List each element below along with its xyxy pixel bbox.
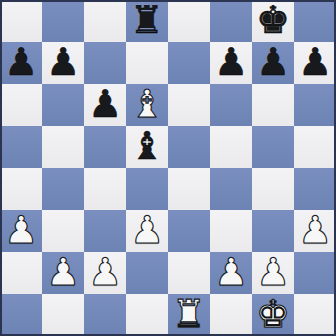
square-e5[interactable] <box>168 126 210 168</box>
square-e3[interactable] <box>168 210 210 252</box>
square-c2[interactable]: ♟ <box>84 252 126 294</box>
square-a5[interactable] <box>0 126 42 168</box>
piece-black-pawn-b7[interactable]: ♟ <box>46 42 80 83</box>
square-d3[interactable]: ♟ <box>126 210 168 252</box>
piece-black-pawn-h7[interactable]: ♟ <box>298 42 332 83</box>
piece-black-pawn-f7[interactable]: ♟ <box>214 42 248 83</box>
square-e4[interactable] <box>168 168 210 210</box>
square-f3[interactable] <box>210 210 252 252</box>
square-c1[interactable] <box>84 294 126 336</box>
square-d5[interactable]: ♝ <box>126 126 168 168</box>
square-b4[interactable] <box>42 168 84 210</box>
square-h3[interactable]: ♟ <box>294 210 336 252</box>
square-h8[interactable] <box>294 0 336 42</box>
square-a7[interactable]: ♟ <box>0 42 42 84</box>
square-b5[interactable] <box>42 126 84 168</box>
square-g6[interactable] <box>252 84 294 126</box>
square-a6[interactable] <box>0 84 42 126</box>
square-h5[interactable] <box>294 126 336 168</box>
square-a3[interactable]: ♟ <box>0 210 42 252</box>
square-e7[interactable] <box>168 42 210 84</box>
piece-white-pawn-a3[interactable]: ♟ <box>4 210 38 251</box>
square-h4[interactable] <box>294 168 336 210</box>
piece-white-pawn-f2[interactable]: ♟ <box>214 252 248 293</box>
square-a4[interactable] <box>0 168 42 210</box>
square-c4[interactable] <box>84 168 126 210</box>
square-b6[interactable] <box>42 84 84 126</box>
square-b1[interactable] <box>42 294 84 336</box>
square-d7[interactable] <box>126 42 168 84</box>
piece-white-bishop-d6[interactable]: ♝ <box>130 84 164 125</box>
piece-white-king-g1[interactable]: ♚ <box>256 294 290 335</box>
piece-white-pawn-c2[interactable]: ♟ <box>88 252 122 293</box>
piece-white-pawn-h3[interactable]: ♟ <box>298 210 332 251</box>
square-e6[interactable] <box>168 84 210 126</box>
square-g7[interactable]: ♟ <box>252 42 294 84</box>
square-f6[interactable] <box>210 84 252 126</box>
square-h7[interactable]: ♟ <box>294 42 336 84</box>
piece-white-pawn-b2[interactable]: ♟ <box>46 252 80 293</box>
square-c5[interactable] <box>84 126 126 168</box>
square-b8[interactable] <box>42 0 84 42</box>
square-c3[interactable] <box>84 210 126 252</box>
square-a2[interactable] <box>0 252 42 294</box>
square-f4[interactable] <box>210 168 252 210</box>
piece-black-king-g8[interactable]: ♚ <box>256 0 290 41</box>
square-h6[interactable] <box>294 84 336 126</box>
square-f5[interactable] <box>210 126 252 168</box>
chess-board-container: ♜♚♟♟♟♟♟♟♝♝♟♟♟♟♟♟♟♜♚ <box>0 0 336 336</box>
square-f1[interactable] <box>210 294 252 336</box>
square-h1[interactable] <box>294 294 336 336</box>
square-d1[interactable] <box>126 294 168 336</box>
square-a8[interactable] <box>0 0 42 42</box>
piece-black-pawn-g7[interactable]: ♟ <box>256 42 290 83</box>
square-a1[interactable] <box>0 294 42 336</box>
chess-board: ♜♚♟♟♟♟♟♟♝♝♟♟♟♟♟♟♟♜♚ <box>0 0 336 336</box>
square-f8[interactable] <box>210 0 252 42</box>
square-c8[interactable] <box>84 0 126 42</box>
piece-white-rook-e1[interactable]: ♜ <box>172 294 206 335</box>
piece-white-pawn-d3[interactable]: ♟ <box>130 210 164 251</box>
square-g2[interactable]: ♟ <box>252 252 294 294</box>
square-g4[interactable] <box>252 168 294 210</box>
square-g3[interactable] <box>252 210 294 252</box>
square-e1[interactable]: ♜ <box>168 294 210 336</box>
square-d4[interactable] <box>126 168 168 210</box>
piece-black-bishop-d5[interactable]: ♝ <box>130 126 164 167</box>
square-g5[interactable] <box>252 126 294 168</box>
square-b7[interactable]: ♟ <box>42 42 84 84</box>
square-e8[interactable] <box>168 0 210 42</box>
square-d8[interactable]: ♜ <box>126 0 168 42</box>
square-b3[interactable] <box>42 210 84 252</box>
square-e2[interactable] <box>168 252 210 294</box>
square-f7[interactable]: ♟ <box>210 42 252 84</box>
square-b2[interactable]: ♟ <box>42 252 84 294</box>
piece-black-rook-d8[interactable]: ♜ <box>130 0 164 41</box>
square-c7[interactable] <box>84 42 126 84</box>
piece-white-pawn-g2[interactable]: ♟ <box>256 252 290 293</box>
square-c6[interactable]: ♟ <box>84 84 126 126</box>
square-h2[interactable] <box>294 252 336 294</box>
square-d2[interactable] <box>126 252 168 294</box>
square-g1[interactable]: ♚ <box>252 294 294 336</box>
square-d6[interactable]: ♝ <box>126 84 168 126</box>
square-g8[interactable]: ♚ <box>252 0 294 42</box>
piece-black-pawn-a7[interactable]: ♟ <box>4 42 38 83</box>
piece-black-pawn-c6[interactable]: ♟ <box>88 84 122 125</box>
square-f2[interactable]: ♟ <box>210 252 252 294</box>
